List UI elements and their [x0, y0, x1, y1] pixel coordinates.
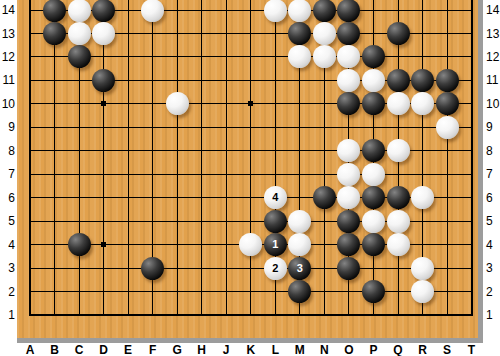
column-label-E: E	[120, 343, 136, 356]
star-point-D10	[101, 101, 106, 106]
stone-black-B14	[43, 0, 66, 22]
board-surface[interactable]: 4123	[17, 0, 483, 343]
star-point-K10	[248, 101, 253, 106]
stone-black-S10	[436, 92, 459, 115]
grid-line-horizontal-7	[29, 174, 473, 175]
column-label-M: M	[292, 343, 308, 356]
column-label-T: T	[464, 343, 480, 356]
stone-white-R3	[411, 257, 434, 280]
stone-white-M12	[288, 45, 311, 68]
row-label-right-2: 2	[486, 285, 500, 299]
grid-line-horizontal-2	[29, 291, 473, 292]
stone-white-N13	[313, 22, 336, 45]
stone-black-P10	[362, 92, 385, 115]
grid-line-horizontal-3	[29, 268, 473, 269]
stone-black-P2	[362, 280, 385, 303]
stone-white-M14	[288, 0, 311, 22]
row-label-right-1: 1	[486, 308, 500, 322]
stone-black-O4	[337, 233, 360, 256]
stone-black-L5	[264, 210, 287, 233]
stone-black-O5	[337, 210, 360, 233]
stone-white-O8	[337, 139, 360, 162]
stone-white-M4	[288, 233, 311, 256]
stone-white-P5	[362, 210, 385, 233]
column-label-G: G	[169, 343, 185, 356]
stone-white-S9	[436, 116, 459, 139]
row-label-right-8: 8	[486, 144, 500, 158]
stone-white-R2	[411, 280, 434, 303]
stone-white-F14	[141, 0, 164, 22]
row-label-right-4: 4	[486, 238, 500, 252]
stone-white-N12	[313, 45, 336, 68]
grid-line-vertical-S	[447, 0, 448, 316]
column-label-Q: Q	[390, 343, 406, 356]
grid-line-vertical-D	[103, 0, 104, 316]
stone-black-O13	[337, 22, 360, 45]
stone-white-M5	[288, 210, 311, 233]
stone-white-D13	[92, 22, 115, 45]
stone-black-S11	[436, 69, 459, 92]
grid-line-vertical-A	[29, 0, 31, 316]
grid-line-horizontal-1	[29, 314, 473, 316]
row-label-left-9: 9	[0, 120, 15, 134]
row-label-left-10: 10	[0, 97, 15, 111]
grid-line-vertical-H	[201, 0, 202, 316]
stone-black-F3	[141, 257, 164, 280]
row-label-left-12: 12	[0, 50, 15, 64]
row-label-left-3: 3	[0, 261, 15, 275]
grid-line-vertical-B	[54, 0, 55, 316]
move-number-label: 4	[272, 192, 278, 203]
stone-black-R11	[411, 69, 434, 92]
grid-line-vertical-K	[250, 0, 251, 316]
column-label-O: O	[341, 343, 357, 356]
stone-black-Q6	[387, 186, 410, 209]
stone-white-G10	[166, 92, 189, 115]
stone-black-M2	[288, 280, 311, 303]
row-label-left-6: 6	[0, 191, 15, 205]
move-number-label: 2	[272, 263, 278, 274]
move-number-label: 1	[272, 239, 278, 250]
grid-line-horizontal-12	[29, 56, 473, 57]
star-point-D4	[101, 242, 106, 247]
stone-white-O6	[337, 186, 360, 209]
row-label-left-4: 4	[0, 238, 15, 252]
stone-white-O12	[337, 45, 360, 68]
stone-black-L4: 1	[264, 233, 287, 256]
column-label-H: H	[194, 343, 210, 356]
row-label-left-7: 7	[0, 167, 15, 181]
stone-black-P4	[362, 233, 385, 256]
grid-line-vertical-T	[471, 0, 473, 316]
stone-white-R6	[411, 186, 434, 209]
column-label-R: R	[415, 343, 431, 356]
stone-white-Q5	[387, 210, 410, 233]
stone-black-Q13	[387, 22, 410, 45]
row-label-right-6: 6	[486, 191, 500, 205]
column-label-L: L	[267, 343, 283, 356]
stone-white-L3: 2	[264, 257, 287, 280]
column-label-J: J	[218, 343, 234, 356]
row-label-right-7: 7	[486, 167, 500, 181]
stone-black-D14	[92, 0, 115, 22]
stone-white-L6: 4	[264, 186, 287, 209]
stone-white-Q10	[387, 92, 410, 115]
stone-black-P8	[362, 139, 385, 162]
stone-white-L14	[264, 0, 287, 22]
row-label-left-13: 13	[0, 27, 15, 41]
row-label-left-2: 2	[0, 285, 15, 299]
stone-white-C14	[68, 0, 91, 22]
row-label-right-10: 10	[486, 97, 500, 111]
stone-white-P11	[362, 69, 385, 92]
stone-black-O3	[337, 257, 360, 280]
stone-black-C4	[68, 233, 91, 256]
stone-black-M3: 3	[288, 257, 311, 280]
column-label-S: S	[439, 343, 455, 356]
stone-black-O14	[337, 0, 360, 22]
row-label-right-11: 11	[486, 73, 500, 87]
stone-black-P12	[362, 45, 385, 68]
row-label-right-9: 9	[486, 120, 500, 134]
stone-black-P6	[362, 186, 385, 209]
stone-black-Q11	[387, 69, 410, 92]
row-label-right-3: 3	[486, 261, 500, 275]
stone-white-Q4	[387, 233, 410, 256]
row-label-left-5: 5	[0, 214, 15, 228]
grid-line-vertical-E	[128, 0, 129, 316]
stone-black-C12	[68, 45, 91, 68]
stone-black-N14	[313, 0, 336, 22]
row-label-left-8: 8	[0, 144, 15, 158]
stone-white-O7	[337, 163, 360, 186]
column-label-A: A	[22, 343, 38, 356]
row-label-left-11: 11	[0, 73, 15, 87]
stone-white-C13	[68, 22, 91, 45]
grid-line-vertical-G	[177, 0, 178, 316]
column-label-N: N	[316, 343, 332, 356]
row-label-right-13: 13	[486, 27, 500, 41]
row-label-right-5: 5	[486, 214, 500, 228]
column-label-C: C	[71, 343, 87, 356]
row-label-right-12: 12	[486, 50, 500, 64]
stone-black-O10	[337, 92, 360, 115]
stone-black-M13	[288, 22, 311, 45]
stone-white-P7	[362, 163, 385, 186]
grid-line-horizontal-9	[29, 127, 473, 128]
column-label-B: B	[47, 343, 63, 356]
go-board-diagram: 4123 14131211109876543211413121110987654…	[0, 0, 500, 356]
stone-black-D11	[92, 69, 115, 92]
column-label-P: P	[365, 343, 381, 356]
stone-black-N6	[313, 186, 336, 209]
stone-white-Q8	[387, 139, 410, 162]
column-label-D: D	[96, 343, 112, 356]
move-number-label: 3	[297, 263, 303, 274]
stone-black-B13	[43, 22, 66, 45]
row-label-left-1: 1	[0, 308, 15, 322]
grid-line-vertical-J	[226, 0, 227, 316]
row-label-left-14: 14	[0, 3, 15, 17]
row-label-right-14: 14	[486, 3, 500, 17]
stone-white-O11	[337, 69, 360, 92]
column-label-F: F	[145, 343, 161, 356]
stone-white-K4	[239, 233, 262, 256]
column-label-K: K	[243, 343, 259, 356]
stone-white-R10	[411, 92, 434, 115]
